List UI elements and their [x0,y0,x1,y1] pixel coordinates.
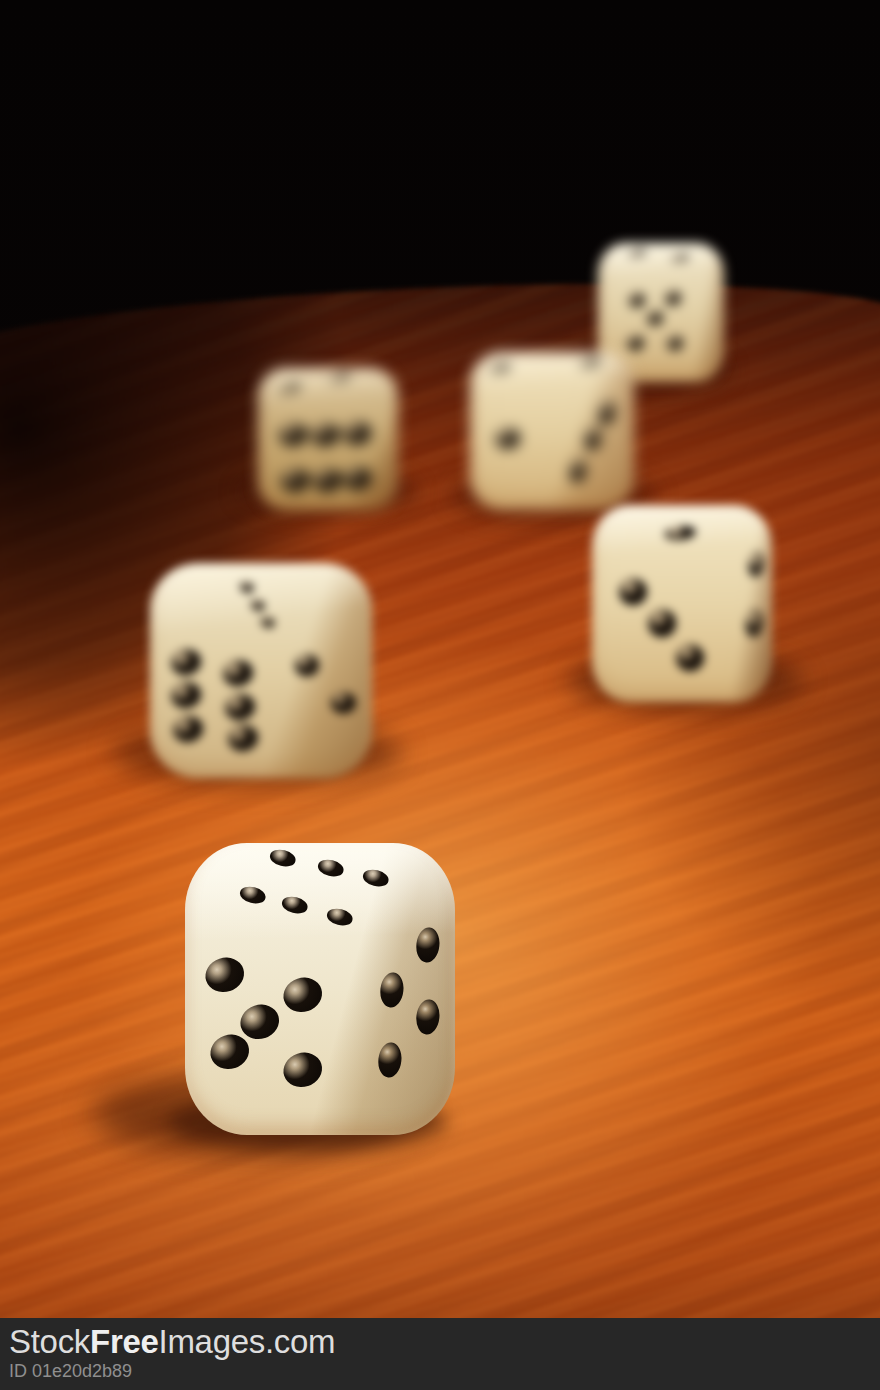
pip [744,609,764,638]
die-mid-right [592,505,772,702]
pip [665,290,681,305]
pip [664,524,696,541]
pip [169,647,203,678]
pip [331,692,355,714]
pip [268,847,297,869]
pip [627,335,643,350]
pip [343,422,371,445]
pip [294,654,318,676]
pip [278,381,302,395]
pip [676,644,704,672]
pip [583,425,603,451]
pip [629,292,645,307]
watermark-site-prefix: Stock [9,1323,90,1360]
pip [670,253,689,264]
pip [579,356,600,369]
pip [379,971,406,1008]
watermark-site-text: StockFreeImages.com [9,1324,880,1360]
pip [415,926,442,963]
die-center [470,352,634,510]
pip [313,469,341,492]
pip [201,952,249,997]
watermark-site-suffix: Images.com [159,1323,336,1360]
die-mid-left [150,563,372,778]
watermark-bar: StockFreeImages.com ID 01e20d2b89 [0,1318,880,1390]
pip [259,615,276,630]
die-foreground [185,843,455,1135]
pip [223,692,257,723]
dice-photo-scene: StockFreeImages.com ID 01e20d2b89 [0,0,880,1390]
pip [597,399,617,425]
watermark-site-bold: Free [90,1323,159,1360]
pip [221,657,255,688]
pip [667,335,683,350]
pip [495,428,520,449]
pip [311,423,339,446]
pip [325,906,354,928]
pip [238,884,267,906]
pip [619,578,647,606]
pip [281,469,309,492]
pip [279,1047,327,1092]
pip [361,867,390,889]
pip [238,579,255,594]
pip [377,1041,404,1078]
pip [249,597,266,612]
pip [747,551,765,578]
pip [279,423,307,446]
dice-layer [0,0,880,1390]
pip [280,894,309,916]
pip [489,361,510,374]
pip [415,998,442,1035]
pip [648,609,676,637]
pip [568,457,588,483]
die-back-left [258,368,398,510]
pip [329,371,350,384]
pip [226,723,260,754]
pip [279,973,327,1018]
pip [316,857,345,879]
pip [171,713,205,744]
pip [628,247,647,258]
pip [169,680,203,711]
watermark-image-id: ID 01e20d2b89 [9,1361,880,1381]
pip [343,467,371,490]
pip [647,310,663,325]
